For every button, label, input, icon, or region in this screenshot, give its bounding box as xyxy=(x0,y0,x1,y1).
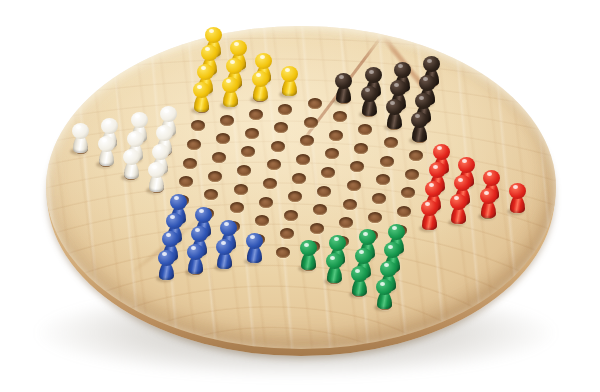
board-hole[interactable] xyxy=(343,199,357,210)
board-hole[interactable] xyxy=(259,197,273,208)
peg-white[interactable] xyxy=(122,149,141,179)
peg-red[interactable] xyxy=(449,194,468,224)
peg-head xyxy=(425,181,442,197)
board-hole[interactable] xyxy=(354,143,368,154)
board-hole[interactable] xyxy=(380,156,394,167)
peg-head xyxy=(419,75,436,91)
peg-green[interactable] xyxy=(299,240,318,270)
peg-blue[interactable] xyxy=(157,250,176,280)
peg-head xyxy=(216,239,233,255)
peg-head xyxy=(191,226,208,242)
board-hole[interactable] xyxy=(329,130,343,141)
peg-head xyxy=(361,86,378,102)
peg-head xyxy=(205,27,222,43)
peg-head xyxy=(127,131,144,147)
peg-white[interactable] xyxy=(71,123,90,153)
board-hole[interactable] xyxy=(263,178,277,189)
peg-head xyxy=(170,194,187,210)
peg-head xyxy=(458,157,475,173)
peg-head xyxy=(187,244,204,260)
board-hole[interactable] xyxy=(234,184,248,195)
peg-blue[interactable] xyxy=(215,239,234,269)
peg-head xyxy=(158,250,175,266)
peg-head xyxy=(226,58,243,74)
peg-head xyxy=(433,144,450,160)
board-hole[interactable] xyxy=(372,193,386,204)
peg-head xyxy=(162,231,179,247)
board-hole[interactable] xyxy=(310,223,324,234)
peg-head xyxy=(201,45,218,61)
peg-head xyxy=(411,112,428,128)
peg-head xyxy=(384,242,401,258)
peg-head xyxy=(326,253,343,269)
board-hole[interactable] xyxy=(183,158,197,169)
peg-head xyxy=(423,56,440,72)
peg-head xyxy=(246,233,263,249)
board-hole[interactable] xyxy=(292,173,306,184)
board-hole[interactable] xyxy=(187,139,201,150)
peg-head xyxy=(386,99,403,115)
peg-head xyxy=(195,207,212,223)
peg-head xyxy=(509,183,526,199)
peg-head xyxy=(148,162,165,178)
peg-yellow[interactable] xyxy=(221,77,240,107)
peg-head xyxy=(131,112,148,128)
peg-head xyxy=(197,64,214,80)
peg-red[interactable] xyxy=(508,183,527,213)
peg-head xyxy=(421,200,438,216)
peg-head xyxy=(394,62,411,78)
peg-head xyxy=(98,136,115,152)
peg-head xyxy=(101,118,118,134)
board-hole[interactable] xyxy=(220,115,234,126)
peg-blue[interactable] xyxy=(186,244,205,274)
peg-head xyxy=(123,149,140,165)
peg-head xyxy=(329,235,346,251)
peg-head xyxy=(152,144,169,160)
peg-red[interactable] xyxy=(420,200,439,230)
peg-head xyxy=(450,194,467,210)
peg-head xyxy=(222,77,239,93)
peg-green[interactable] xyxy=(350,266,369,296)
board-hole[interactable] xyxy=(304,117,318,128)
peg-head xyxy=(365,67,382,83)
board-hole[interactable] xyxy=(317,186,331,197)
peg-head xyxy=(483,170,500,186)
board-hole[interactable] xyxy=(384,137,398,148)
peg-yellow[interactable] xyxy=(251,71,270,101)
board-hole[interactable] xyxy=(308,98,322,109)
peg-head xyxy=(156,125,173,141)
peg-head xyxy=(480,188,497,204)
peg-head xyxy=(160,106,177,122)
peg-green[interactable] xyxy=(375,279,394,309)
board-hole[interactable] xyxy=(296,154,310,165)
board-hole[interactable] xyxy=(208,171,222,182)
peg-black[interactable] xyxy=(334,73,353,103)
peg-black[interactable] xyxy=(385,99,404,129)
peg-head xyxy=(252,71,269,87)
board-hole[interactable] xyxy=(333,111,347,122)
peg-head xyxy=(281,66,298,82)
peg-head xyxy=(300,240,317,256)
peg-head xyxy=(359,229,376,245)
peg-head xyxy=(255,53,272,69)
peg-blue[interactable] xyxy=(245,233,264,263)
peg-head xyxy=(220,220,237,236)
peg-head xyxy=(388,224,405,240)
peg-head xyxy=(72,123,89,139)
peg-black[interactable] xyxy=(410,112,429,142)
peg-head xyxy=(380,261,397,277)
peg-head xyxy=(166,213,183,229)
peg-white[interactable] xyxy=(147,162,166,192)
board-hole[interactable] xyxy=(405,169,419,180)
peg-yellow[interactable] xyxy=(280,66,299,96)
peg-head xyxy=(415,93,432,109)
board-hole[interactable] xyxy=(271,141,285,152)
board-hole[interactable] xyxy=(284,210,298,221)
peg-head xyxy=(390,80,407,96)
peg-red[interactable] xyxy=(479,188,498,218)
board-hole[interactable] xyxy=(339,217,353,228)
board-hole[interactable] xyxy=(230,202,244,213)
peg-head xyxy=(454,175,471,191)
peg-head xyxy=(429,162,446,178)
peg-green[interactable] xyxy=(325,253,344,283)
peg-black[interactable] xyxy=(360,86,379,116)
board-hole[interactable] xyxy=(347,180,361,191)
peg-head xyxy=(230,40,247,56)
photo-stage xyxy=(0,0,600,392)
board-hole[interactable] xyxy=(368,212,382,223)
peg-head xyxy=(193,82,210,98)
peg-head xyxy=(351,266,368,282)
peg-body xyxy=(352,279,367,296)
peg-body xyxy=(377,292,392,309)
board-hole[interactable] xyxy=(245,128,259,139)
board-hole[interactable] xyxy=(278,104,292,115)
peg-head xyxy=(335,73,352,89)
peg-white[interactable] xyxy=(97,136,116,166)
peg-yellow[interactable] xyxy=(192,82,211,112)
peg-head xyxy=(376,279,393,295)
peg-head xyxy=(355,248,372,264)
